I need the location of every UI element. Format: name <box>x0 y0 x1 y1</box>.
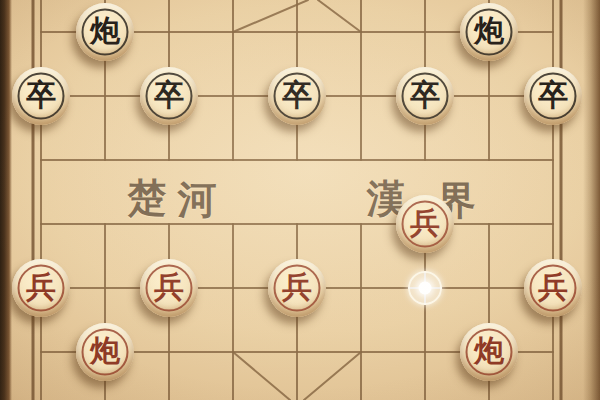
black-soldier-piece[interactable]: 卒 <box>524 67 582 125</box>
black-soldier-piece[interactable]: 卒 <box>140 67 198 125</box>
piece-glyph: 卒 <box>282 80 312 110</box>
piece-glyph: 卒 <box>154 80 184 110</box>
river-text-chu: 楚 <box>128 171 167 225</box>
board-left-edge <box>0 0 12 400</box>
red-soldier-piece[interactable]: 兵 <box>12 259 70 317</box>
red-soldier-piece[interactable]: 兵 <box>268 259 326 317</box>
piece-glyph: 兵 <box>154 272 184 302</box>
piece-glyph: 炮 <box>90 336 120 366</box>
piece-glyph: 炮 <box>474 16 504 46</box>
board-right-edge <box>583 0 600 400</box>
piece-glyph: 卒 <box>26 80 56 110</box>
piece-glyph: 兵 <box>26 272 56 302</box>
black-soldier-piece[interactable]: 卒 <box>12 67 70 125</box>
red-soldier-piece[interactable]: 兵 <box>524 259 582 317</box>
red-cannon-piece[interactable]: 炮 <box>76 323 134 381</box>
piece-glyph: 炮 <box>90 16 120 46</box>
piece-glyph: 炮 <box>474 336 504 366</box>
piece-glyph: 兵 <box>538 272 568 302</box>
red-cannon-piece[interactable]: 炮 <box>460 323 518 381</box>
black-cannon-piece[interactable]: 炮 <box>460 3 518 61</box>
piece-glyph: 兵 <box>282 272 312 302</box>
black-cannon-piece[interactable]: 炮 <box>76 3 134 61</box>
river-text-he: 河 <box>178 173 217 227</box>
piece-glyph: 卒 <box>538 80 568 110</box>
piece-glyph: 卒 <box>410 80 440 110</box>
red-soldier-piece[interactable]: 兵 <box>140 259 198 317</box>
xiangqi-board[interactable]: 楚 河 漢 界 炮炮卒卒卒卒卒兵兵兵兵兵炮炮 <box>0 0 600 400</box>
black-soldier-piece[interactable]: 卒 <box>268 67 326 125</box>
piece-glyph: 兵 <box>410 208 440 238</box>
black-soldier-piece[interactable]: 卒 <box>396 67 454 125</box>
red-soldier-piece[interactable]: 兵 <box>396 195 454 253</box>
